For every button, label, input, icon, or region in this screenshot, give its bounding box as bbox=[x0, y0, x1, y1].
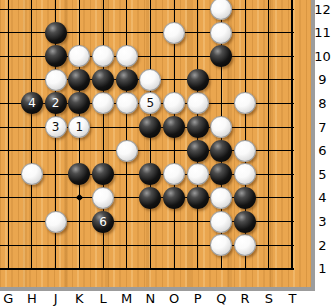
row-label-11: 11 bbox=[313, 24, 332, 41]
black-stone-P6[interactable] bbox=[187, 140, 209, 162]
white-stone-P8[interactable] bbox=[187, 92, 209, 114]
go-board[interactable]: 531426 bbox=[0, 0, 311, 287]
row-label-2: 2 bbox=[313, 237, 332, 254]
row-label-12: 12 bbox=[313, 1, 332, 18]
grid-line-col-T bbox=[291, 0, 293, 270]
black-stone-L5[interactable] bbox=[92, 163, 114, 185]
row-label-7: 7 bbox=[313, 119, 332, 136]
white-stone-K10[interactable] bbox=[68, 45, 90, 67]
white-stone-P5[interactable] bbox=[187, 163, 209, 185]
white-stone-K7[interactable]: 1 bbox=[68, 116, 90, 138]
black-stone-J10[interactable] bbox=[45, 45, 67, 67]
move-number: 6 bbox=[99, 216, 107, 228]
white-stone-N9[interactable] bbox=[139, 69, 161, 91]
white-stone-L4[interactable] bbox=[92, 187, 114, 209]
white-stone-N8[interactable]: 5 bbox=[139, 92, 161, 114]
grid-line-col-M bbox=[126, 0, 127, 270]
white-stone-R6[interactable] bbox=[234, 140, 256, 162]
column-label-G: G bbox=[0, 291, 20, 307]
white-stone-L10[interactable] bbox=[92, 45, 114, 67]
separator-bottom bbox=[0, 287, 315, 291]
column-label-K: K bbox=[67, 291, 91, 307]
black-stone-P4[interactable] bbox=[187, 187, 209, 209]
black-stone-Q6[interactable] bbox=[210, 140, 232, 162]
black-stone-J8[interactable]: 2 bbox=[45, 92, 67, 114]
black-stone-K5[interactable] bbox=[68, 163, 90, 185]
black-stone-O7[interactable] bbox=[163, 116, 185, 138]
black-stone-K8[interactable] bbox=[68, 92, 90, 114]
column-label-H: H bbox=[20, 291, 44, 307]
white-stone-O11[interactable] bbox=[163, 22, 185, 44]
white-stone-Q3[interactable] bbox=[210, 211, 232, 233]
move-number: 2 bbox=[52, 97, 60, 109]
white-stone-Q11[interactable] bbox=[210, 22, 232, 44]
white-stone-Q12[interactable] bbox=[210, 0, 232, 20]
white-stone-O8[interactable] bbox=[163, 92, 185, 114]
column-label-T: T bbox=[280, 291, 304, 307]
grid-line-row-1 bbox=[0, 268, 294, 270]
black-stone-N5[interactable] bbox=[139, 163, 161, 185]
black-stone-L3[interactable]: 6 bbox=[92, 211, 114, 233]
black-stone-O4[interactable] bbox=[163, 187, 185, 209]
black-stone-K9[interactable] bbox=[68, 69, 90, 91]
black-stone-M9[interactable] bbox=[116, 69, 138, 91]
white-stone-J9[interactable] bbox=[45, 69, 67, 91]
white-stone-Q2[interactable] bbox=[210, 234, 232, 256]
column-label-N: N bbox=[138, 291, 162, 307]
white-stone-M10[interactable] bbox=[116, 45, 138, 67]
white-stone-M6[interactable] bbox=[116, 140, 138, 162]
move-number: 5 bbox=[147, 97, 155, 109]
column-label-O: O bbox=[162, 291, 186, 307]
grid-line-col-G bbox=[8, 0, 9, 270]
move-number: 4 bbox=[28, 97, 36, 109]
row-label-10: 10 bbox=[313, 48, 332, 65]
row-label-5: 5 bbox=[313, 166, 332, 183]
row-label-1: 1 bbox=[313, 260, 332, 277]
column-label-J: J bbox=[44, 291, 68, 307]
white-stone-R5[interactable] bbox=[234, 163, 256, 185]
row-label-4: 4 bbox=[313, 189, 332, 206]
black-stone-Q5[interactable] bbox=[210, 163, 232, 185]
white-stone-M8[interactable] bbox=[116, 92, 138, 114]
column-label-L: L bbox=[91, 291, 115, 307]
grid-line-col-H bbox=[31, 0, 32, 270]
black-stone-J11[interactable] bbox=[45, 22, 67, 44]
black-stone-Q10[interactable] bbox=[210, 45, 232, 67]
white-stone-Q4[interactable] bbox=[210, 187, 232, 209]
black-stone-P9[interactable] bbox=[187, 69, 209, 91]
black-stone-N4[interactable] bbox=[139, 187, 161, 209]
black-stone-P7[interactable] bbox=[187, 116, 209, 138]
row-label-9: 9 bbox=[313, 71, 332, 88]
white-stone-O5[interactable] bbox=[163, 163, 185, 185]
star-point-K4 bbox=[76, 194, 83, 201]
black-stone-R4[interactable] bbox=[234, 187, 256, 209]
column-label-S: S bbox=[257, 291, 281, 307]
grid-line-col-S bbox=[268, 0, 269, 270]
black-stone-R3[interactable] bbox=[234, 211, 256, 233]
column-label-M: M bbox=[115, 291, 139, 307]
white-stone-R8[interactable] bbox=[234, 92, 256, 114]
go-diagram: 531426 GHJKLMNOPQRST 121110987654321 bbox=[0, 0, 332, 308]
black-stone-N7[interactable] bbox=[139, 116, 161, 138]
move-number: 1 bbox=[76, 121, 84, 133]
grid-line-row-12 bbox=[0, 9, 294, 10]
row-label-6: 6 bbox=[313, 142, 332, 159]
black-stone-L9[interactable] bbox=[92, 69, 114, 91]
white-stone-J3[interactable] bbox=[45, 211, 67, 233]
white-stone-R2[interactable] bbox=[234, 234, 256, 256]
move-number: 3 bbox=[52, 121, 60, 133]
white-stone-L8[interactable] bbox=[92, 92, 114, 114]
column-label-R: R bbox=[233, 291, 257, 307]
white-stone-J7[interactable]: 3 bbox=[45, 116, 67, 138]
row-label-3: 3 bbox=[313, 213, 332, 230]
column-label-Q: Q bbox=[209, 291, 233, 307]
row-label-8: 8 bbox=[313, 95, 332, 112]
column-label-P: P bbox=[186, 291, 210, 307]
white-stone-Q7[interactable] bbox=[210, 116, 232, 138]
black-stone-H8[interactable]: 4 bbox=[21, 92, 43, 114]
white-stone-H5[interactable] bbox=[21, 163, 43, 185]
